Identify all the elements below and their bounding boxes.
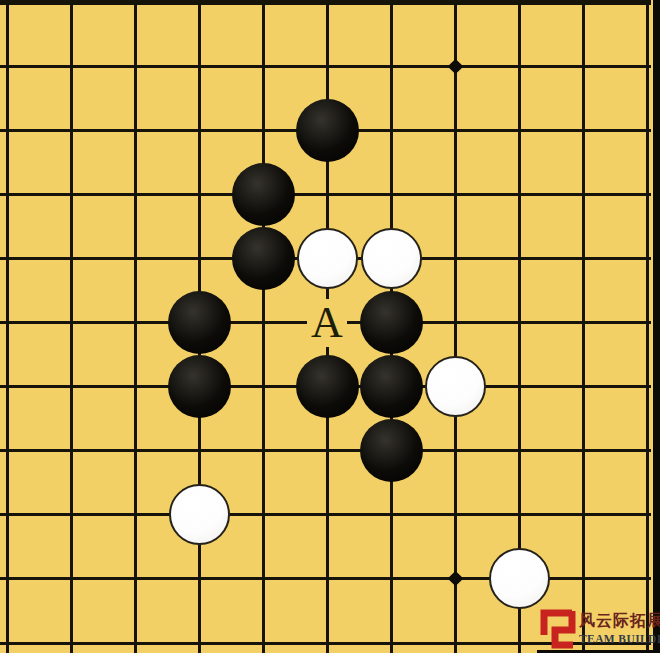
point-label-a: A <box>307 299 347 347</box>
grid-line-horizontal <box>0 513 651 516</box>
grid-line-vertical <box>70 0 73 653</box>
grid-line-vertical <box>6 0 9 653</box>
go-board: A <box>0 0 660 653</box>
star-point <box>447 58 463 74</box>
black-stone <box>168 291 231 354</box>
black-stone <box>360 355 423 418</box>
black-stone <box>296 99 359 162</box>
black-stone <box>232 227 295 290</box>
team-building-logo-icon <box>540 609 576 649</box>
white-stone <box>425 356 486 417</box>
black-stone <box>296 355 359 418</box>
grid-line-horizontal <box>0 449 651 452</box>
black-stone <box>360 419 423 482</box>
watermark-chinese-text: 风云际拓展 <box>579 609 660 633</box>
watermark-text-block: 风云际拓展 TEAM BUILDING <box>579 609 660 646</box>
star-point <box>447 571 463 587</box>
white-stone <box>169 484 230 545</box>
grid-line-vertical <box>454 0 457 653</box>
grid-line-vertical <box>134 0 137 653</box>
grid-line-horizontal <box>0 65 651 68</box>
black-stone <box>168 355 231 418</box>
white-stone <box>297 228 358 289</box>
grid-line-horizontal <box>0 577 651 580</box>
grid-line-horizontal <box>0 0 651 5</box>
go-diagram-screenshot: A 风云际拓展 TEAM BUILDING <box>0 0 660 653</box>
grid-line-vertical <box>646 0 649 653</box>
grid-line-horizontal <box>0 193 651 196</box>
grid-line-vertical <box>262 0 265 653</box>
grid-line-vertical <box>582 0 585 653</box>
black-stone <box>360 291 423 354</box>
image-right-border <box>653 0 660 653</box>
black-stone <box>232 163 295 226</box>
white-stone <box>489 548 550 609</box>
watermark: 风云际拓展 TEAM BUILDING <box>540 609 660 653</box>
white-stone <box>361 228 422 289</box>
watermark-english-text: TEAM BUILDING <box>579 633 660 646</box>
